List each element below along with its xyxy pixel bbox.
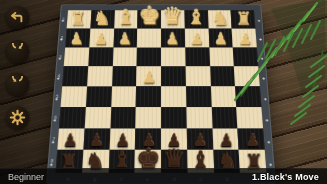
chess-board: ♜♞♝♚♛♝♞♜♟♟♟♟♟♟♟♟♟♟♟♟♟♟♟♟♜♞♝♚♛♝♞♜ hgfedcb…	[46, 5, 276, 184]
square-d3[interactable]	[161, 47, 185, 66]
square-h7[interactable]: ♟	[57, 128, 84, 150]
square-c3[interactable]	[185, 47, 210, 66]
square-e6[interactable]	[135, 107, 161, 128]
white-bishop[interactable]: ♝	[116, 7, 135, 28]
square-g6[interactable]	[84, 107, 110, 128]
square-a7[interactable]: ♟	[238, 128, 265, 150]
square-g4[interactable]	[87, 66, 112, 86]
status-bar: Beginner 1.Black's Move	[0, 168, 327, 184]
undo-arrow-icon	[9, 9, 26, 26]
chess-app-window: ♜♞♝♚♛♝♞♜♟♟♟♟♟♟♟♟♟♟♟♟♟♟♟♟♜♞♝♚♛♝♞♜ hgfedcb…	[0, 0, 327, 184]
square-d2[interactable]: ♟	[161, 28, 185, 47]
square-b5[interactable]	[210, 86, 236, 107]
square-e2[interactable]	[137, 28, 161, 47]
square-c2[interactable]: ♟	[185, 28, 209, 47]
square-e5[interactable]	[136, 86, 161, 107]
white-rook[interactable]: ♜	[235, 10, 251, 28]
white-knight[interactable]: ♞	[93, 8, 111, 28]
square-g1[interactable]: ♞	[90, 10, 114, 28]
square-a3[interactable]	[233, 47, 258, 66]
square-d6[interactable]	[161, 107, 187, 128]
white-king[interactable]: ♚	[138, 3, 160, 28]
white-pawn[interactable]: ♟	[94, 31, 108, 46]
white-pawn[interactable]: ♟	[118, 31, 132, 46]
rotate-ccw-button[interactable]	[6, 73, 29, 96]
square-e3[interactable]	[137, 47, 161, 66]
square-g5[interactable]	[86, 86, 112, 107]
square-c4[interactable]	[185, 66, 210, 86]
white-pawn[interactable]: ♟	[190, 31, 204, 46]
square-a2[interactable]: ♟	[232, 28, 257, 47]
black-pawn[interactable]: ♟	[244, 132, 259, 149]
white-knight[interactable]: ♞	[211, 8, 229, 28]
square-a1[interactable]: ♜	[231, 10, 256, 28]
square-c1[interactable]: ♝	[184, 10, 208, 28]
square-h5[interactable]	[61, 86, 87, 107]
square-a5[interactable]	[235, 86, 261, 107]
difficulty-level: Beginner	[8, 172, 44, 182]
square-f5[interactable]	[111, 86, 137, 107]
black-pawn[interactable]: ♟	[218, 132, 233, 149]
square-b6[interactable]	[211, 107, 237, 128]
board-squares: ♜♞♝♚♛♝♞♜♟♟♟♟♟♟♟♟♟♟♟♟♟♟♟♟♜♞♝♚♛♝♞♜	[55, 10, 266, 172]
rotate-counterclockwise-icon	[9, 76, 26, 93]
white-bishop[interactable]: ♝	[187, 7, 206, 28]
rotate-clockwise-icon	[9, 43, 26, 60]
board-scene: ♜♞♝♚♛♝♞♜♟♟♟♟♟♟♟♟♟♟♟♟♟♟♟♟♜♞♝♚♛♝♞♜ hgfedcb…	[0, 0, 327, 184]
square-h4[interactable]	[62, 66, 88, 86]
square-g7[interactable]: ♟	[83, 128, 110, 150]
square-b4[interactable]	[210, 66, 235, 86]
white-pawn[interactable]: ♟	[141, 70, 155, 86]
square-g3[interactable]	[88, 47, 113, 66]
move-indicator: 1.Black's Move	[252, 172, 319, 182]
white-pawn[interactable]: ♟	[70, 31, 84, 46]
black-pawn[interactable]: ♟	[63, 132, 78, 149]
black-pawn[interactable]: ♟	[89, 132, 104, 149]
square-f2[interactable]: ♟	[113, 28, 137, 47]
square-a4[interactable]	[234, 66, 260, 86]
square-e4[interactable]: ♟	[136, 66, 161, 86]
square-d5[interactable]	[161, 86, 186, 107]
square-h2[interactable]: ♟	[65, 28, 90, 47]
white-pawn[interactable]: ♟	[214, 31, 228, 46]
square-d4[interactable]	[161, 66, 186, 86]
square-b1[interactable]: ♞	[208, 10, 232, 28]
gear-icon	[9, 109, 26, 126]
square-h3[interactable]	[64, 47, 89, 66]
square-g2[interactable]: ♟	[89, 28, 114, 47]
square-f4[interactable]	[112, 66, 137, 86]
settings-button[interactable]	[6, 106, 29, 129]
white-queen[interactable]: ♛	[163, 5, 184, 28]
square-b2[interactable]: ♟	[208, 28, 233, 47]
white-pawn[interactable]: ♟	[166, 31, 180, 46]
white-pawn[interactable]: ♟	[238, 31, 252, 46]
square-c6[interactable]	[186, 107, 212, 128]
square-f3[interactable]	[112, 47, 137, 66]
square-e1[interactable]: ♚	[137, 10, 161, 28]
rotate-cw-button[interactable]	[6, 40, 29, 63]
square-c5[interactable]	[186, 86, 212, 107]
square-d1[interactable]: ♛	[161, 10, 185, 28]
square-f1[interactable]: ♝	[114, 10, 138, 28]
square-h6[interactable]	[59, 107, 86, 128]
square-h1[interactable]: ♜	[67, 10, 92, 28]
white-rook[interactable]: ♜	[70, 10, 86, 28]
square-a6[interactable]	[236, 107, 263, 128]
square-b7[interactable]: ♟	[212, 128, 239, 150]
square-f6[interactable]	[110, 107, 136, 128]
square-b3[interactable]	[209, 47, 234, 66]
undo-button[interactable]	[6, 6, 29, 29]
